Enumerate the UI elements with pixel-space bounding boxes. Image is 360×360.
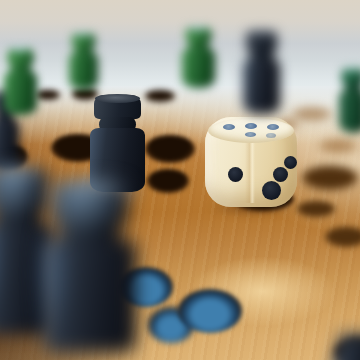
pawn-green-2[interactable] [67,32,100,90]
pawn-green-3[interactable] [180,26,217,88]
pawn-black-6[interactable] [330,334,360,360]
pawn-captop [186,26,212,32]
pawn-black-1[interactable] [86,94,149,192]
pawn-body [182,48,215,88]
pawn-captop [342,67,360,73]
pawn-body [243,59,281,114]
pawn-blue-sheen [38,180,142,352]
pawn-captop [95,94,139,103]
pawn-captop [246,30,276,38]
board-game-photo-scene [0,0,360,360]
pawn-body [69,52,98,90]
pawn-body [0,119,19,172]
pawns-layer [0,0,360,360]
pawn-green-4[interactable] [337,67,360,133]
pawn-body [333,349,360,360]
pawn-green-1[interactable] [2,47,39,115]
pawn-black-2[interactable] [240,30,283,114]
pawn-black-5[interactable] [38,180,142,352]
pawn-body [4,71,37,115]
pawn-body [339,90,360,133]
